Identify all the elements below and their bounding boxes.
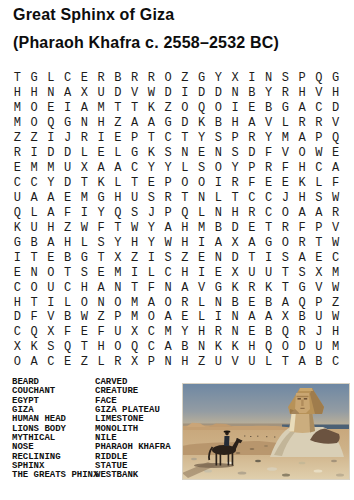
grid-cell: P [126,131,143,146]
grid-cell: C [26,176,43,191]
grid-cell: U [9,191,26,206]
grid-cell: Y [193,131,210,146]
grid-cell: L [260,355,277,370]
grid-cell: U [43,280,60,295]
grid-cell: A [93,280,110,295]
grid-cell: P [143,355,160,370]
grid-cell: G [260,235,277,250]
grid-cell: P [227,131,244,146]
grid-cell: H [76,280,93,295]
grid-cell: T [260,220,277,235]
grid-cell: M [26,161,43,176]
grid-cell: A [294,355,311,370]
grid-cell: C [260,191,277,206]
grid-cell: Y [227,161,244,176]
grid-cell: X [227,265,244,280]
grid-cell: U [311,310,328,325]
grid-cell: Y [43,176,60,191]
grid-cell: O [43,265,60,280]
grid-cell: Q [59,340,76,355]
grid-cell: N [227,310,244,325]
grid-cell: E [244,220,261,235]
grid-cell: K [26,340,43,355]
grid-cell: O [26,116,43,131]
grid-cell: D [9,310,26,325]
grid-cell: R [126,71,143,86]
grid-cell: Q [126,340,143,355]
grid-cell: Q [260,340,277,355]
grid-cell: Z [59,220,76,235]
grid-cell: B [244,86,261,101]
grid-cell: O [210,161,227,176]
grid-cell: D [210,86,227,101]
grid-cell: A [43,235,60,250]
grid-cell: B [294,310,311,325]
grid-cell: X [227,235,244,250]
grid-cell: Y [177,325,194,340]
grid-cell: L [110,176,127,191]
grid-cell: X [126,355,143,370]
grid-cell: W [311,146,328,161]
grid-cell: N [193,191,210,206]
sphinx-painting [182,383,350,480]
grid-cell: T [126,101,143,116]
grid-cell: F [260,146,277,161]
grid-cell: L [193,310,210,325]
grid-cell: N [193,340,210,355]
grid-cell: K [9,220,26,235]
grid-cell: D [193,86,210,101]
grid-cell: H [294,86,311,101]
grid-cell: T [126,280,143,295]
word-search-grid: TGLCERBRROZGYXINSPQGHHNAXUDVWDIDDNBYRHVH… [9,71,344,370]
grid-cell: R [244,205,261,220]
grid-cell: W [126,220,143,235]
grid-cell: T [227,191,244,206]
grid-cell: T [177,191,194,206]
grid-cell: Y [143,220,160,235]
grid-cell: N [210,146,227,161]
grid-cell: D [110,86,127,101]
grid-cell: X [126,325,143,340]
grid-cell: A [244,235,261,250]
grid-cell: A [160,310,177,325]
grid-cell: R [9,146,26,161]
grid-cell: M [93,101,110,116]
grid-cell: O [294,146,311,161]
grid-cell: H [43,220,60,235]
grid-cell: Y [260,86,277,101]
grid-cell: I [227,101,244,116]
grid-cell: H [177,265,194,280]
grid-cell: E [110,131,127,146]
grid-cell: I [9,250,26,265]
grid-cell: D [327,101,344,116]
grid-cell: Z [93,310,110,325]
grid-cell: R [227,176,244,191]
word-list-left-column: BEARDCOUCHANTEGYPTGIZAHUMAN HEADLIONS BO… [12,378,98,481]
grid-cell: N [260,71,277,86]
grid-cell: O [177,176,194,191]
grid-cell: J [59,131,76,146]
page-subtitle: (Pharaoh Khafra c. 2558–2532 BC) [13,34,279,52]
grid-cell: D [244,146,261,161]
grid-cell: M [193,220,210,235]
grid-cell: N [210,295,227,310]
grid-cell: D [294,340,311,355]
grid-cell: L [143,265,160,280]
grid-cell: W [76,310,93,325]
grid-cell: N [43,86,60,101]
grid-cell: I [244,71,261,86]
grid-cell: G [26,71,43,86]
grid-cell: I [143,250,160,265]
grid-cell: E [9,265,26,280]
grid-cell: R [244,280,261,295]
grid-cell: T [311,235,328,250]
grid-cell: I [76,205,93,220]
grid-cell: W [327,235,344,250]
grid-cell: H [244,340,261,355]
grid-cell: V [311,86,328,101]
grid-cell: I [43,131,60,146]
grid-cell: H [227,116,244,131]
grid-cell: C [160,265,177,280]
grid-cell: T [126,176,143,191]
grid-cell: U [110,325,127,340]
grid-cell: H [9,295,26,310]
grid-cell: Q [43,116,60,131]
grid-cell: Y [160,161,177,176]
grid-cell: L [26,205,43,220]
grid-cell: D [160,86,177,101]
grid-cell: B [26,235,43,250]
grid-cell: F [327,176,344,191]
grid-cell: T [9,71,26,86]
grid-cell: Z [177,71,194,86]
grid-cell: B [260,295,277,310]
grid-cell: B [59,310,76,325]
grid-cell: R [260,161,277,176]
grid-cell: T [277,265,294,280]
grid-cell: A [143,116,160,131]
grid-cell: N [110,280,127,295]
grid-cell: L [43,71,60,86]
grid-cell: K [227,280,244,295]
grid-cell: T [76,340,93,355]
grid-cell: M [110,265,127,280]
grid-cell: S [311,191,328,206]
grid-cell: T [244,250,261,265]
grid-cell: S [227,146,244,161]
grid-cell: R [311,116,328,131]
grid-cell: I [126,265,143,280]
grid-cell: N [93,295,110,310]
grid-cell: R [244,131,261,146]
grid-cell: M [126,310,143,325]
grid-cell: R [294,235,311,250]
grid-cell: N [160,355,177,370]
grid-cell: A [93,161,110,176]
grid-cell: C [59,71,76,86]
grid-cell: F [244,176,261,191]
grid-cell: S [160,250,177,265]
grid-cell: T [93,250,110,265]
grid-cell: R [177,295,194,310]
grid-cell: F [143,280,160,295]
grid-cell: C [143,340,160,355]
grid-cell: X [227,71,244,86]
grid-cell: B [110,71,127,86]
grid-cell: L [210,191,227,206]
grid-cell: H [327,325,344,340]
grid-cell: K [260,280,277,295]
grid-cell: R [210,325,227,340]
grid-cell: K [193,116,210,131]
grid-cell: Q [177,205,194,220]
grid-cell: X [9,340,26,355]
grid-cell: F [93,325,110,340]
grid-cell: C [311,161,328,176]
grid-cell: A [327,161,344,176]
grid-cell: K [143,101,160,116]
grid-cell: E [43,250,60,265]
grid-cell: G [76,250,93,265]
grid-cell: X [43,325,60,340]
grid-cell: L [93,355,110,370]
grid-cell: N [210,205,227,220]
grid-cell: A [43,205,60,220]
grid-cell: R [110,355,127,370]
grid-cell: F [294,220,311,235]
grid-cell: E [260,176,277,191]
grid-cell: G [193,71,210,86]
grid-cell: G [277,101,294,116]
grid-cell: H [126,235,143,250]
grid-cell: V [43,310,60,325]
grid-cell: K [93,176,110,191]
grid-cell: S [193,161,210,176]
grid-cell: K [227,340,244,355]
grid-cell: Y [260,131,277,146]
grid-cell: N [177,146,194,161]
grid-cell: V [260,116,277,131]
grid-cell: N [227,86,244,101]
grid-cell: E [59,355,76,370]
grid-cell: E [177,310,194,325]
grid-cell: C [260,205,277,220]
grid-cell: U [126,191,143,206]
grid-cell: C [59,280,76,295]
grid-cell: O [76,295,93,310]
grid-cell: S [76,265,93,280]
grid-cell: N [76,116,93,131]
grid-cell: H [177,235,194,250]
grid-cell: U [311,340,328,355]
grid-cell: A [26,191,43,206]
grid-cell: X [76,86,93,101]
grid-cell: F [59,205,76,220]
grid-cell: S [277,250,294,265]
grid-cell: G [93,191,110,206]
grid-cell: V [227,355,244,370]
grid-cell: E [76,71,93,86]
grid-cell: T [110,101,127,116]
grid-cell: Q [277,325,294,340]
page-title: Great Sphinx of Giza [13,6,174,24]
grid-cell: Z [193,355,210,370]
grid-cell: O [110,295,127,310]
grid-cell: Q [294,295,311,310]
grid-cell: V [311,280,328,295]
grid-cell: P [110,310,127,325]
grid-cell: D [177,116,194,131]
grid-cell: W [327,191,344,206]
grid-cell: E [9,161,26,176]
grid-cell: I [93,131,110,146]
grid-cell: I [26,146,43,161]
grid-cell: N [210,250,227,265]
grid-cell: E [59,191,76,206]
grid-cell: X [277,310,294,325]
grid-cell: G [9,235,26,250]
grid-cell: C [43,355,60,370]
grid-cell: C [327,250,344,265]
grid-cell: T [277,355,294,370]
grid-cell: B [260,101,277,116]
grid-cell: O [177,101,194,116]
grid-cell: A [160,220,177,235]
grid-cell: H [177,355,194,370]
grid-cell: C [160,131,177,146]
grid-cell: L [177,161,194,176]
grid-cell: Z [160,101,177,116]
grid-cell: T [76,176,93,191]
grid-cell: H [294,191,311,206]
grid-cell: E [277,176,294,191]
grid-cell: K [143,146,160,161]
grid-cell: T [26,250,43,265]
grid-cell: M [76,191,93,206]
grid-cell: O [9,355,26,370]
grid-cell: T [143,131,160,146]
grid-cell: B [210,116,227,131]
grid-cell: N [160,280,177,295]
grid-cell: H [294,161,311,176]
grid-cell: G [327,71,344,86]
grid-cell: C [9,280,26,295]
grid-cell: P [294,71,311,86]
grid-cell: F [93,220,110,235]
grid-cell: T [26,295,43,310]
grid-cell: A [311,205,328,220]
grid-cell: O [143,310,160,325]
grid-cell: A [210,235,227,250]
grid-cell: W [160,235,177,250]
grid-cell: H [177,220,194,235]
grid-cell: Z [177,250,194,265]
grid-cell: H [59,235,76,250]
grid-cell: E [93,146,110,161]
grid-cell: U [26,220,43,235]
grid-cell: E [43,101,60,116]
grid-cell: V [277,146,294,161]
grid-cell: S [160,146,177,161]
grid-cell: K [210,340,227,355]
grid-cell: X [76,161,93,176]
grid-cell: E [244,101,261,116]
grid-cell: A [76,101,93,116]
grid-cell: L [277,116,294,131]
grid-cell: B [210,220,227,235]
grid-cell: C [126,161,143,176]
grid-cell: I [193,235,210,250]
grid-cell: E [143,176,160,191]
grid-cell: F [26,310,43,325]
grid-cell: U [260,265,277,280]
grid-cell: A [294,205,311,220]
grid-cell: T [59,265,76,280]
grid-cell: D [59,176,76,191]
grid-cell: G [210,280,227,295]
grid-cell: H [327,86,344,101]
grid-cell: Z [327,295,344,310]
grid-cell: S [277,71,294,86]
grid-cell: H [26,86,43,101]
grid-cell: U [59,161,76,176]
grid-cell: W [76,220,93,235]
grid-cell: U [210,355,227,370]
grid-cell: W [327,310,344,325]
grid-cell: B [59,250,76,265]
grid-cell: A [110,161,127,176]
grid-cell: A [244,116,261,131]
grid-cell: A [294,250,311,265]
grid-cell: Q [193,101,210,116]
grid-cell: L [110,146,127,161]
grid-cell: O [210,101,227,116]
grid-cell: T [177,131,194,146]
grid-cell: I [210,176,227,191]
grid-cell: T [110,220,127,235]
word-list-right-column: CARVEDCREATUREFACEGIZA PLATEAULIMESTONEM… [95,378,171,481]
grid-cell: L [59,295,76,310]
grid-cell: P [311,131,328,146]
grid-cell: F [59,325,76,340]
grid-cell: A [126,116,143,131]
grid-cell: L [76,235,93,250]
grid-cell: A [244,310,261,325]
grid-cell: N [227,325,244,340]
grid-cell: R [160,191,177,206]
grid-cell: A [294,131,311,146]
grid-cell: H [93,116,110,131]
grid-cell: Q [110,205,127,220]
grid-cell: A [43,191,60,206]
grid-cell: U [244,355,261,370]
grid-cell: S [43,340,60,355]
grid-cell: S [210,131,227,146]
grid-cell: E [193,250,210,265]
grid-cell: O [277,340,294,355]
grid-cell: F [277,161,294,176]
grid-cell: L [193,295,210,310]
grid-cell: Z [76,355,93,370]
grid-cell: C [327,355,344,370]
grid-cell: B [260,325,277,340]
grid-cell: D [43,146,60,161]
grid-cell: R [294,325,311,340]
